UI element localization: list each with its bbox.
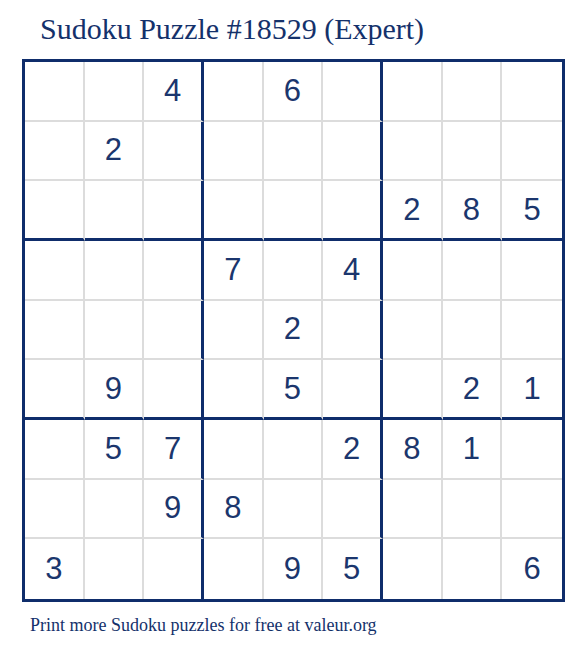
cell-r5c3 xyxy=(144,301,204,361)
cell-r1c7 xyxy=(383,62,443,122)
cell-r8c3: 9 xyxy=(144,480,204,540)
cell-r8c1 xyxy=(25,480,85,540)
cell-r2c3 xyxy=(144,122,204,182)
cell-r8c8 xyxy=(443,480,503,540)
cell-r7c2: 5 xyxy=(85,420,145,480)
cell-r5c4 xyxy=(204,301,264,361)
cell-r3c2 xyxy=(85,181,145,241)
cell-r6c6 xyxy=(323,360,383,420)
cell-r1c8 xyxy=(443,62,503,122)
cell-r5c9 xyxy=(502,301,562,361)
cell-r8c6 xyxy=(323,480,383,540)
footer-credit: Print more Sudoku puzzles for free at va… xyxy=(30,615,377,636)
cell-r1c1 xyxy=(25,62,85,122)
sudoku-page: Sudoku Puzzle #18529 (Expert) 4622857429… xyxy=(0,0,580,651)
cell-r7c5 xyxy=(264,420,324,480)
cell-r3c5 xyxy=(264,181,324,241)
cell-r2c8 xyxy=(443,122,503,182)
cell-r9c4 xyxy=(204,539,264,599)
cell-r3c1 xyxy=(25,181,85,241)
cell-r3c8: 8 xyxy=(443,181,503,241)
cell-r1c5: 6 xyxy=(264,62,324,122)
cell-r7c7: 8 xyxy=(383,420,443,480)
cell-r7c4 xyxy=(204,420,264,480)
cell-r2c1 xyxy=(25,122,85,182)
cell-r6c3 xyxy=(144,360,204,420)
cell-r3c4 xyxy=(204,181,264,241)
cell-r3c3 xyxy=(144,181,204,241)
cell-r7c8: 1 xyxy=(443,420,503,480)
cell-r6c8: 2 xyxy=(443,360,503,420)
cell-r7c1 xyxy=(25,420,85,480)
cell-r6c1 xyxy=(25,360,85,420)
cell-r1c4 xyxy=(204,62,264,122)
cell-r9c3 xyxy=(144,539,204,599)
cell-r9c2 xyxy=(85,539,145,599)
cell-r6c4 xyxy=(204,360,264,420)
cell-r2c9 xyxy=(502,122,562,182)
cell-r4c3 xyxy=(144,241,204,301)
page-title: Sudoku Puzzle #18529 (Expert) xyxy=(40,12,424,46)
cell-r4c4: 7 xyxy=(204,241,264,301)
cell-r1c6 xyxy=(323,62,383,122)
cell-r1c9 xyxy=(502,62,562,122)
cell-r1c3: 4 xyxy=(144,62,204,122)
cell-r7c3: 7 xyxy=(144,420,204,480)
cell-r2c2: 2 xyxy=(85,122,145,182)
cell-r7c6: 2 xyxy=(323,420,383,480)
cell-r5c8 xyxy=(443,301,503,361)
cell-r9c8 xyxy=(443,539,503,599)
cell-r2c4 xyxy=(204,122,264,182)
cell-r4c6: 4 xyxy=(323,241,383,301)
cell-r8c5 xyxy=(264,480,324,540)
cell-r4c1 xyxy=(25,241,85,301)
cell-r9c7 xyxy=(383,539,443,599)
cell-r5c7 xyxy=(383,301,443,361)
cell-r8c4: 8 xyxy=(204,480,264,540)
cell-r7c9 xyxy=(502,420,562,480)
cell-r6c7 xyxy=(383,360,443,420)
cell-r9c1: 3 xyxy=(25,539,85,599)
cell-r4c7 xyxy=(383,241,443,301)
cell-r9c5: 9 xyxy=(264,539,324,599)
cell-r8c9 xyxy=(502,480,562,540)
cell-r4c2 xyxy=(85,241,145,301)
cell-r6c9: 1 xyxy=(502,360,562,420)
cell-r3c7: 2 xyxy=(383,181,443,241)
cell-r4c8 xyxy=(443,241,503,301)
cell-r8c7 xyxy=(383,480,443,540)
sudoku-board: 462285742952157281983956 xyxy=(22,59,565,602)
cell-r9c9: 6 xyxy=(502,539,562,599)
cell-r6c5: 5 xyxy=(264,360,324,420)
cell-r5c2 xyxy=(85,301,145,361)
cell-r5c6 xyxy=(323,301,383,361)
cell-r4c9 xyxy=(502,241,562,301)
cell-r4c5 xyxy=(264,241,324,301)
cell-r8c2 xyxy=(85,480,145,540)
cell-r2c5 xyxy=(264,122,324,182)
cell-r5c5: 2 xyxy=(264,301,324,361)
cell-r6c2: 9 xyxy=(85,360,145,420)
cell-r3c9: 5 xyxy=(502,181,562,241)
cell-r2c7 xyxy=(383,122,443,182)
cell-r1c2 xyxy=(85,62,145,122)
cell-r9c6: 5 xyxy=(323,539,383,599)
cell-r3c6 xyxy=(323,181,383,241)
cell-r2c6 xyxy=(323,122,383,182)
cell-r5c1 xyxy=(25,301,85,361)
